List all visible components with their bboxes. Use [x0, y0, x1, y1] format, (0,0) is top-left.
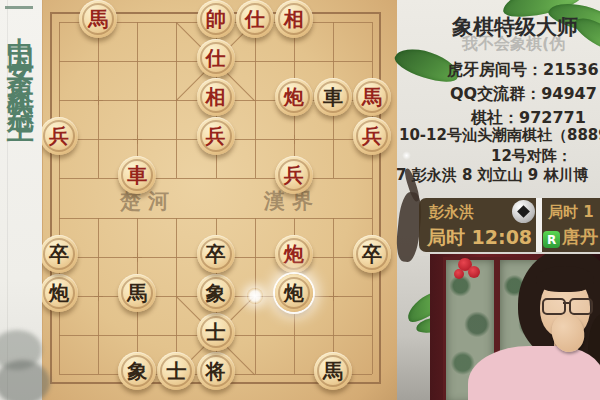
banner-dash	[5, 6, 33, 9]
glasses-icon	[569, 298, 593, 315]
glasses-bridge	[563, 302, 569, 304]
player-name-right: 唐丹	[562, 225, 598, 249]
webcam-view	[430, 254, 600, 400]
stream-screenshot: 楚河漢界 帥仕仕相相馬馬車炮炮兵兵兵兵将士士象象馬馬車炮炮卒卒卒 中国女子象棋八…	[0, 0, 600, 400]
player-time-right: 局时 1	[548, 203, 594, 222]
glasses-icon	[542, 298, 566, 315]
left-title-banner: 中国女子象棋八冠王	[0, 0, 42, 400]
player-name-left: 彭永洪	[429, 203, 474, 222]
rank-badge-icon: R	[543, 231, 560, 248]
turn-indicator-icon	[512, 200, 535, 223]
qq-group-line: QQ交流群：94947	[450, 84, 597, 105]
person-hair-fringe	[536, 266, 594, 292]
xiangqi-board[interactable]	[37, 0, 397, 400]
room-number-line: 虎牙房间号：21536	[447, 60, 599, 81]
player-time-left: 局时 12:08	[427, 225, 532, 251]
players-line: 7 彭永洪 8 刘立山 9 林川博	[396, 166, 588, 185]
event-line: 10-12号汕头潮南棋社（8889	[399, 126, 600, 145]
pairing-label: 12号对阵：	[491, 147, 572, 166]
banner-title: 中国女子象棋八冠王	[8, 16, 35, 106]
sparkle-dot	[402, 151, 411, 160]
watermark-text: 我不会象棋(伪	[462, 34, 565, 55]
flower-icon	[454, 269, 464, 279]
flower-icon	[468, 266, 480, 278]
